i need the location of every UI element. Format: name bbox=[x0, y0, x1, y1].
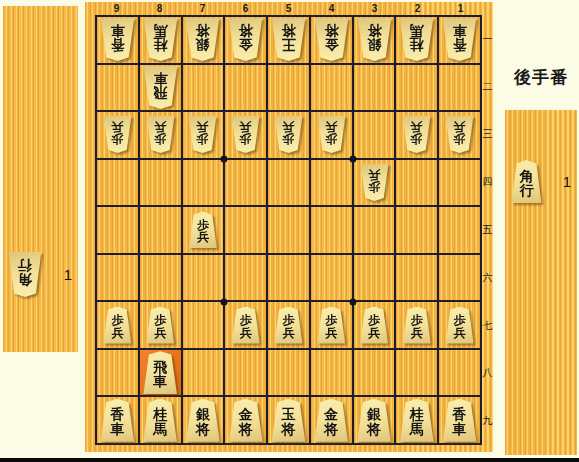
rank-label-三: 三 bbox=[482, 111, 493, 159]
square-6五[interactable] bbox=[225, 207, 266, 253]
square-6三[interactable]: 歩兵 bbox=[225, 112, 266, 158]
piece-face: 香車 bbox=[442, 399, 477, 442]
piece-face: 歩兵 bbox=[317, 116, 346, 153]
shogi-piece-銀将[interactable]: 銀将 bbox=[185, 18, 220, 61]
piece-face: 歩兵 bbox=[103, 116, 132, 153]
gote-hand-stand: 角行1 bbox=[3, 6, 78, 352]
shogi-board: 987654321 一二三四五六七八九 香車桂馬銀将金将王将金将銀将桂馬香車飛車… bbox=[85, 2, 493, 452]
shogi-piece-歩兵[interactable]: 歩兵 bbox=[445, 116, 474, 153]
square-7一[interactable]: 銀将 bbox=[183, 17, 224, 63]
file-label-6: 6 bbox=[224, 2, 267, 15]
square-6二[interactable] bbox=[225, 65, 266, 111]
window-bottom-edge bbox=[0, 458, 579, 462]
piece-face: 桂馬 bbox=[399, 399, 434, 442]
square-1四[interactable] bbox=[439, 160, 480, 206]
shogi-piece-桂馬[interactable]: 桂馬 bbox=[399, 399, 434, 442]
square-2八[interactable] bbox=[396, 350, 437, 396]
square-5九[interactable]: 玉将 bbox=[268, 397, 309, 443]
shogi-piece-歩兵[interactable]: 歩兵 bbox=[231, 307, 260, 344]
shogi-piece-歩兵[interactable]: 歩兵 bbox=[402, 116, 431, 153]
shogi-piece-桂馬[interactable]: 桂馬 bbox=[143, 399, 178, 442]
piece-face: 歩兵 bbox=[317, 307, 346, 344]
shogi-piece-歩兵[interactable]: 歩兵 bbox=[402, 307, 431, 344]
shogi-piece-歩兵[interactable]: 歩兵 bbox=[103, 116, 132, 153]
square-5六[interactable] bbox=[268, 255, 309, 301]
rank-label-七: 七 bbox=[482, 302, 493, 350]
hoshi-dot bbox=[350, 156, 357, 163]
shogi-piece-歩兵[interactable]: 歩兵 bbox=[360, 307, 389, 344]
piece-face: 飛車 bbox=[143, 351, 178, 394]
square-4八[interactable] bbox=[311, 350, 352, 396]
shogi-piece-歩兵[interactable]: 歩兵 bbox=[146, 116, 175, 153]
shogi-piece-歩兵[interactable]: 歩兵 bbox=[146, 307, 175, 344]
sente-hand-stand: 角行1 bbox=[505, 110, 577, 455]
rank-label-五: 五 bbox=[482, 206, 493, 254]
square-1六[interactable] bbox=[439, 255, 480, 301]
square-8七[interactable]: 歩兵 bbox=[140, 302, 181, 348]
rank-label-二: 二 bbox=[482, 63, 493, 111]
square-2七[interactable]: 歩兵 bbox=[396, 302, 437, 348]
piece-face: 歩兵 bbox=[188, 211, 217, 248]
shogi-piece-香車[interactable]: 香車 bbox=[442, 399, 477, 442]
board-grid: 香車桂馬銀将金将王将金将銀将桂馬香車飛車歩兵歩兵歩兵歩兵歩兵歩兵歩兵歩兵歩兵歩兵… bbox=[95, 15, 482, 445]
file-label-9: 9 bbox=[95, 2, 138, 15]
square-4一[interactable]: 金将 bbox=[311, 17, 352, 63]
square-1八[interactable] bbox=[439, 350, 480, 396]
square-7二[interactable] bbox=[183, 65, 224, 111]
shogi-piece-金将[interactable]: 金将 bbox=[228, 18, 263, 61]
square-6一[interactable]: 金将 bbox=[225, 17, 266, 63]
square-1九[interactable]: 香車 bbox=[439, 397, 480, 443]
gote-hand-piece-row[interactable]: 角行1 bbox=[8, 252, 74, 297]
shogi-piece-歩兵[interactable]: 歩兵 bbox=[360, 164, 389, 201]
square-9九[interactable]: 香車 bbox=[97, 397, 138, 443]
square-6六[interactable] bbox=[225, 255, 266, 301]
piece-face: 香車 bbox=[100, 18, 135, 61]
square-7四[interactable] bbox=[183, 160, 224, 206]
square-4六[interactable] bbox=[311, 255, 352, 301]
shogi-piece-飛車[interactable]: 飛車 bbox=[143, 66, 178, 109]
square-8三[interactable]: 歩兵 bbox=[140, 112, 181, 158]
square-7五[interactable]: 歩兵 bbox=[183, 207, 224, 253]
square-6七[interactable]: 歩兵 bbox=[225, 302, 266, 348]
rank-label-九: 九 bbox=[482, 397, 493, 445]
piece-face: 金将 bbox=[314, 399, 349, 442]
piece-face: 歩兵 bbox=[360, 164, 389, 201]
file-label-5: 5 bbox=[267, 2, 310, 15]
square-5一[interactable]: 王将 bbox=[268, 17, 309, 63]
square-2三[interactable]: 歩兵 bbox=[396, 112, 437, 158]
square-3四[interactable]: 歩兵 bbox=[354, 160, 395, 206]
shogi-piece-香車[interactable]: 香車 bbox=[100, 18, 135, 61]
shogi-piece-飛車[interactable]: 飛車 bbox=[143, 351, 178, 394]
piece-face: 歩兵 bbox=[231, 116, 260, 153]
piece-face: 角行 bbox=[511, 160, 542, 203]
square-9四[interactable] bbox=[97, 160, 138, 206]
piece-face: 歩兵 bbox=[188, 116, 217, 153]
rank-label-六: 六 bbox=[482, 254, 493, 302]
square-1三[interactable]: 歩兵 bbox=[439, 112, 480, 158]
shogi-piece-銀将[interactable]: 銀将 bbox=[357, 18, 392, 61]
square-2一[interactable]: 桂馬 bbox=[396, 17, 437, 63]
square-3三[interactable] bbox=[354, 112, 395, 158]
square-8五[interactable] bbox=[140, 207, 181, 253]
square-6九[interactable]: 金将 bbox=[225, 397, 266, 443]
square-6四[interactable] bbox=[225, 160, 266, 206]
shogi-piece-角行[interactable]: 角行 bbox=[8, 252, 42, 297]
piece-face: 歩兵 bbox=[146, 116, 175, 153]
square-7六[interactable] bbox=[183, 255, 224, 301]
square-9五[interactable] bbox=[97, 207, 138, 253]
shogi-piece-金将[interactable]: 金将 bbox=[228, 399, 263, 442]
square-2九[interactable]: 桂馬 bbox=[396, 397, 437, 443]
piece-face: 銀将 bbox=[357, 399, 392, 442]
hoshi-dot bbox=[221, 299, 228, 306]
square-4七[interactable]: 歩兵 bbox=[311, 302, 352, 348]
square-7三[interactable]: 歩兵 bbox=[183, 112, 224, 158]
shogi-piece-金将[interactable]: 金将 bbox=[314, 399, 349, 442]
rank-label-八: 八 bbox=[482, 349, 493, 397]
shogi-piece-歩兵[interactable]: 歩兵 bbox=[188, 116, 217, 153]
shogi-piece-桂馬[interactable]: 桂馬 bbox=[143, 18, 178, 61]
square-7九[interactable]: 銀将 bbox=[183, 397, 224, 443]
square-5三[interactable]: 歩兵 bbox=[268, 112, 309, 158]
shogi-piece-王将[interactable]: 王将 bbox=[271, 18, 306, 61]
shogi-piece-桂馬[interactable]: 桂馬 bbox=[399, 18, 434, 61]
square-9六[interactable] bbox=[97, 255, 138, 301]
shogi-piece-銀将[interactable]: 銀将 bbox=[185, 399, 220, 442]
piece-face: 金将 bbox=[228, 18, 263, 61]
shogi-piece-歩兵[interactable]: 歩兵 bbox=[445, 307, 474, 344]
piece-face: 王将 bbox=[271, 18, 306, 61]
square-1五[interactable] bbox=[439, 207, 480, 253]
file-labels: 987654321 bbox=[95, 2, 482, 15]
file-label-8: 8 bbox=[138, 2, 181, 15]
piece-face: 桂馬 bbox=[143, 399, 178, 442]
square-3五[interactable] bbox=[354, 207, 395, 253]
shogi-piece-香車[interactable]: 香車 bbox=[100, 399, 135, 442]
square-9八[interactable] bbox=[97, 350, 138, 396]
square-4五[interactable] bbox=[311, 207, 352, 253]
square-5四[interactable] bbox=[268, 160, 309, 206]
piece-face: 桂馬 bbox=[143, 18, 178, 61]
piece-face: 銀将 bbox=[357, 18, 392, 61]
shogi-piece-歩兵[interactable]: 歩兵 bbox=[317, 116, 346, 153]
piece-face: 香車 bbox=[100, 399, 135, 442]
square-4九[interactable]: 金将 bbox=[311, 397, 352, 443]
square-3七[interactable]: 歩兵 bbox=[354, 302, 395, 348]
square-5二[interactable] bbox=[268, 65, 309, 111]
sente-hand-count: 1 bbox=[563, 173, 573, 190]
square-8二[interactable]: 飛車 bbox=[140, 65, 181, 111]
piece-face: 歩兵 bbox=[445, 307, 474, 344]
shogi-piece-歩兵[interactable]: 歩兵 bbox=[274, 307, 303, 344]
shogi-piece-歩兵[interactable]: 歩兵 bbox=[231, 116, 260, 153]
square-5八[interactable] bbox=[268, 350, 309, 396]
piece-face: 歩兵 bbox=[231, 307, 260, 344]
square-7八[interactable] bbox=[183, 350, 224, 396]
square-1七[interactable]: 歩兵 bbox=[439, 302, 480, 348]
square-5七[interactable]: 歩兵 bbox=[268, 302, 309, 348]
square-3八[interactable] bbox=[354, 350, 395, 396]
rank-label-四: 四 bbox=[482, 158, 493, 206]
piece-face: 歩兵 bbox=[445, 116, 474, 153]
piece-face: 銀将 bbox=[185, 18, 220, 61]
square-2四[interactable] bbox=[396, 160, 437, 206]
file-label-7: 7 bbox=[181, 2, 224, 15]
shogi-piece-歩兵[interactable]: 歩兵 bbox=[317, 307, 346, 344]
square-3一[interactable]: 銀将 bbox=[354, 17, 395, 63]
square-8一[interactable]: 桂馬 bbox=[140, 17, 181, 63]
piece-face: 歩兵 bbox=[402, 307, 431, 344]
square-7七[interactable] bbox=[183, 302, 224, 348]
shogi-piece-金将[interactable]: 金将 bbox=[314, 18, 349, 61]
turn-indicator: 後手番 bbox=[505, 66, 577, 89]
piece-face: 歩兵 bbox=[146, 307, 175, 344]
square-1一[interactable]: 香車 bbox=[439, 17, 480, 63]
shogi-piece-歩兵[interactable]: 歩兵 bbox=[274, 116, 303, 153]
rank-label-一: 一 bbox=[482, 15, 493, 63]
piece-face: 歩兵 bbox=[274, 116, 303, 153]
piece-face: 角行 bbox=[8, 252, 42, 297]
square-2二[interactable] bbox=[396, 65, 437, 111]
square-3六[interactable] bbox=[354, 255, 395, 301]
square-1二[interactable] bbox=[439, 65, 480, 111]
file-label-4: 4 bbox=[310, 2, 353, 15]
sente-hand-piece-row[interactable]: 角行1 bbox=[511, 160, 573, 203]
square-3九[interactable]: 銀将 bbox=[354, 397, 395, 443]
square-3二[interactable] bbox=[354, 65, 395, 111]
square-8六[interactable] bbox=[140, 255, 181, 301]
shogi-piece-歩兵[interactable]: 歩兵 bbox=[188, 211, 217, 248]
piece-face: 香車 bbox=[442, 18, 477, 61]
square-9三[interactable]: 歩兵 bbox=[97, 112, 138, 158]
shogi-piece-角行[interactable]: 角行 bbox=[511, 160, 542, 203]
gote-hand-count: 1 bbox=[64, 266, 74, 283]
piece-face: 飛車 bbox=[143, 66, 178, 109]
piece-face: 歩兵 bbox=[360, 307, 389, 344]
shogi-piece-歩兵[interactable]: 歩兵 bbox=[103, 307, 132, 344]
shogi-diagram: 角行1 後手番 角行1 987654321 一二三四五六七八九 香車桂馬銀将金将… bbox=[0, 0, 579, 462]
piece-face: 金将 bbox=[228, 399, 263, 442]
file-label-1: 1 bbox=[439, 2, 482, 15]
rank-labels: 一二三四五六七八九 bbox=[482, 15, 493, 445]
shogi-piece-玉将[interactable]: 玉将 bbox=[271, 399, 306, 442]
square-9七[interactable]: 歩兵 bbox=[97, 302, 138, 348]
hoshi-dot bbox=[221, 156, 228, 163]
piece-face: 玉将 bbox=[271, 399, 306, 442]
piece-face: 桂馬 bbox=[399, 18, 434, 61]
square-8四[interactable] bbox=[140, 160, 181, 206]
square-4二[interactable] bbox=[311, 65, 352, 111]
square-4三[interactable]: 歩兵 bbox=[311, 112, 352, 158]
piece-face: 金将 bbox=[314, 18, 349, 61]
piece-face: 歩兵 bbox=[274, 307, 303, 344]
square-8八[interactable]: 飛車 bbox=[140, 350, 181, 396]
square-2六[interactable] bbox=[396, 255, 437, 301]
piece-face: 銀将 bbox=[185, 399, 220, 442]
square-9二[interactable] bbox=[97, 65, 138, 111]
square-9一[interactable]: 香車 bbox=[97, 17, 138, 63]
piece-face: 歩兵 bbox=[103, 307, 132, 344]
file-label-3: 3 bbox=[353, 2, 396, 15]
shogi-piece-銀将[interactable]: 銀将 bbox=[357, 399, 392, 442]
piece-face: 歩兵 bbox=[402, 116, 431, 153]
shogi-piece-香車[interactable]: 香車 bbox=[442, 18, 477, 61]
file-label-2: 2 bbox=[396, 2, 439, 15]
square-8九[interactable]: 桂馬 bbox=[140, 397, 181, 443]
square-6八[interactable] bbox=[225, 350, 266, 396]
square-2五[interactable] bbox=[396, 207, 437, 253]
hoshi-dot bbox=[350, 299, 357, 306]
square-4四[interactable] bbox=[311, 160, 352, 206]
square-5五[interactable] bbox=[268, 207, 309, 253]
